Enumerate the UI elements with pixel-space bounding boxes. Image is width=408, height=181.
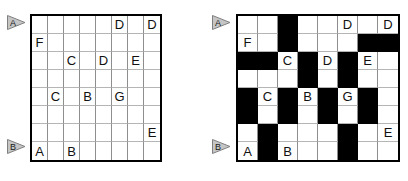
puzzle-cell-r5c7[interactable] (128, 88, 144, 106)
puzzle-cell-r4c7[interactable] (128, 70, 144, 88)
solution-cell-r3c5[interactable]: D (318, 52, 338, 70)
puzzle-cell-r4c2[interactable] (48, 70, 64, 88)
puzzle-cell-r2c2[interactable] (48, 34, 64, 52)
solution-cell-r6c8[interactable] (378, 106, 398, 124)
solution-cell-r4c4[interactable] (298, 70, 318, 88)
solution-cell-r6c2[interactable] (258, 106, 278, 124)
solution-cell-r7c8[interactable]: E (378, 124, 398, 142)
solution-cell-r1c5[interactable] (318, 16, 338, 34)
puzzle-cell-r5c6[interactable]: G (112, 88, 128, 106)
solution-cell-r2c6[interactable] (338, 34, 358, 52)
solution-cell-r8c3[interactable]: B (278, 142, 298, 160)
puzzle-cell-r3c1[interactable] (32, 52, 48, 70)
puzzle-cell-r6c7[interactable] (128, 106, 144, 124)
puzzle-cell-r3c6[interactable] (112, 52, 128, 70)
solution-cell-r7c6[interactable] (338, 124, 358, 142)
solution-cell-r6c7[interactable] (358, 106, 378, 124)
puzzle-cell-r8c1[interactable]: A (32, 142, 48, 160)
puzzle-cell-r3c4[interactable] (80, 52, 96, 70)
puzzle-cell-r1c5[interactable] (96, 16, 112, 34)
solution-cell-r6c1[interactable] (238, 106, 258, 124)
solution-cell-r8c7[interactable] (358, 142, 378, 160)
puzzle-cell-r8c6[interactable] (112, 142, 128, 160)
puzzle-cell-r7c6[interactable] (112, 124, 128, 142)
solution-cell-r3c7[interactable]: E (358, 52, 378, 70)
puzzle-cell-r8c4[interactable] (80, 142, 96, 160)
puzzle-cell-r2c5[interactable] (96, 34, 112, 52)
puzzle-cell-r7c8[interactable]: E (144, 124, 160, 142)
solution-cell-r7c3[interactable] (278, 124, 298, 142)
puzzle-cell-r1c6[interactable]: D (112, 16, 128, 34)
puzzle-cell-r5c8[interactable] (144, 88, 160, 106)
puzzle-diagram: A B A B DDFCDECBGEAB DDFCDECBGEAB (0, 0, 408, 181)
solution-cell-r4c1[interactable] (238, 70, 258, 88)
puzzle-cell-r6c1[interactable] (32, 106, 48, 124)
solution-cell-r3c4[interactable] (298, 52, 318, 70)
puzzle-cell-r3c7[interactable]: E (128, 52, 144, 70)
solution-cell-r5c3[interactable] (278, 88, 298, 106)
solution-cell-r2c1[interactable]: F (238, 34, 258, 52)
solution-cell-r7c2[interactable] (258, 124, 278, 142)
puzzle-cell-r6c2[interactable] (48, 106, 64, 124)
puzzle-cell-r2c3[interactable] (64, 34, 80, 52)
solution-cell-r8c2[interactable] (258, 142, 278, 160)
marker-b-puzzle: B (7, 139, 26, 154)
solution-cell-r7c4[interactable] (298, 124, 318, 142)
puzzle-cell-r3c3[interactable]: C (64, 52, 80, 70)
puzzle-cell-r7c7[interactable] (128, 124, 144, 142)
puzzle-cell-r4c6[interactable] (112, 70, 128, 88)
puzzle-cell-r6c6[interactable] (112, 106, 128, 124)
solution-cell-r6c5[interactable] (318, 106, 338, 124)
marker-b-label: B (215, 142, 221, 151)
solution-cell-r8c5[interactable] (318, 142, 338, 160)
puzzle-cell-r1c8[interactable]: D (144, 16, 160, 34)
puzzle-cell-r8c8[interactable] (144, 142, 160, 160)
puzzle-cell-r7c4[interactable] (80, 124, 96, 142)
puzzle-cell-r1c4[interactable] (80, 16, 96, 34)
solution-cell-r2c4[interactable] (298, 34, 318, 52)
puzzle-cell-r2c4[interactable] (80, 34, 96, 52)
solution-cell-r1c6[interactable]: D (338, 16, 358, 34)
solution-cell-r3c1[interactable] (238, 52, 258, 70)
puzzle-cell-r8c7[interactable] (128, 142, 144, 160)
solution-cell-r5c1[interactable] (238, 88, 258, 106)
solution-cell-r3c8[interactable] (378, 52, 398, 70)
puzzle-cell-r6c5[interactable] (96, 106, 112, 124)
puzzle-cell-r6c4[interactable] (80, 106, 96, 124)
puzzle-cell-r1c3[interactable] (64, 16, 80, 34)
puzzle-cell-r2c8[interactable] (144, 34, 160, 52)
marker-b-solution: B (212, 139, 231, 154)
solution-cell-r1c1[interactable] (238, 16, 258, 34)
solution-cell-r1c3[interactable] (278, 16, 298, 34)
puzzle-cell-r3c2[interactable] (48, 52, 64, 70)
puzzle-cell-r7c5[interactable] (96, 124, 112, 142)
solution-cell-r3c3[interactable]: C (278, 52, 298, 70)
solution-cell-r8c4[interactable] (298, 142, 318, 160)
puzzle-cell-r2c7[interactable] (128, 34, 144, 52)
puzzle-cell-r3c5[interactable]: D (96, 52, 112, 70)
solution-cell-r5c5[interactable] (318, 88, 338, 106)
puzzle-cell-r6c3[interactable] (64, 106, 80, 124)
puzzle-grid: DDFCDECBGEAB (30, 14, 162, 162)
solution-cell-r4c5[interactable] (318, 70, 338, 88)
puzzle-cell-r7c1[interactable] (32, 124, 48, 142)
puzzle-cell-r5c1[interactable] (32, 88, 48, 106)
puzzle-cell-r1c1[interactable] (32, 16, 48, 34)
solution-cell-r3c6[interactable] (338, 52, 358, 70)
solution-cell-r4c7[interactable] (358, 70, 378, 88)
puzzle-cell-r4c4[interactable] (80, 70, 96, 88)
puzzle-cell-r8c5[interactable] (96, 142, 112, 160)
puzzle-cell-r5c5[interactable] (96, 88, 112, 106)
solution-cell-r1c2[interactable] (258, 16, 278, 34)
solution-grid: DDFCDECBGEAB (236, 14, 400, 162)
puzzle-cell-r1c2[interactable] (48, 16, 64, 34)
solution-cell-r8c1[interactable]: A (238, 142, 258, 160)
puzzle-cell-r5c2[interactable]: C (48, 88, 64, 106)
solution-cell-r5c7[interactable] (358, 88, 378, 106)
puzzle-cell-r5c4[interactable]: B (80, 88, 96, 106)
solution-cell-r2c8[interactable] (378, 34, 398, 52)
puzzle-cell-r3c8[interactable] (144, 52, 160, 70)
solution-cell-r1c8[interactable]: D (378, 16, 398, 34)
solution-cell-r2c5[interactable] (318, 34, 338, 52)
solution-cell-r5c6[interactable]: G (338, 88, 358, 106)
solution-cell-r8c8[interactable] (378, 142, 398, 160)
solution-cell-r7c5[interactable] (318, 124, 338, 142)
puzzle-cell-r5c3[interactable] (64, 88, 80, 106)
puzzle-cell-r8c2[interactable] (48, 142, 64, 160)
puzzle-cell-r8c3[interactable]: B (64, 142, 80, 160)
solution-cell-r5c8[interactable] (378, 88, 398, 106)
puzzle-cell-r6c8[interactable] (144, 106, 160, 124)
solution-cell-r3c2[interactable] (258, 52, 278, 70)
puzzle-cell-r4c1[interactable] (32, 70, 48, 88)
solution-cell-r4c6[interactable] (338, 70, 358, 88)
solution-cell-r6c4[interactable] (298, 106, 318, 124)
solution-cell-r2c3[interactable] (278, 34, 298, 52)
puzzle-cell-r7c2[interactable] (48, 124, 64, 142)
solution-cell-r8c6[interactable] (338, 142, 358, 160)
puzzle-cell-r4c8[interactable] (144, 70, 160, 88)
marker-a-solution: A (212, 15, 231, 30)
solution-cell-r5c4[interactable]: B (298, 88, 318, 106)
puzzle-cell-r7c3[interactable] (64, 124, 80, 142)
puzzle-cell-r2c6[interactable] (112, 34, 128, 52)
puzzle-cell-r4c5[interactable] (96, 70, 112, 88)
marker-a-label: A (10, 18, 16, 27)
solution-cell-r4c2[interactable] (258, 70, 278, 88)
solution-cell-r2c2[interactable] (258, 34, 278, 52)
solution-cell-r5c2[interactable]: C (258, 88, 278, 106)
solution-cell-r2c7[interactable] (358, 34, 378, 52)
puzzle-cell-r2c1[interactable]: F (32, 34, 48, 52)
solution-cell-r7c7[interactable] (358, 124, 378, 142)
solution-cell-r6c6[interactable] (338, 106, 358, 124)
marker-a-puzzle: A (7, 15, 26, 30)
marker-b-label: B (10, 142, 16, 151)
solution-cell-r1c7[interactable] (358, 16, 378, 34)
solution-cell-r6c3[interactable] (278, 106, 298, 124)
marker-a-label: A (215, 18, 221, 27)
solution-cell-r4c8[interactable] (378, 70, 398, 88)
solution-cell-r1c4[interactable] (298, 16, 318, 34)
solution-cell-r7c1[interactable] (238, 124, 258, 142)
puzzle-cell-r1c7[interactable] (128, 16, 144, 34)
solution-cell-r4c3[interactable] (278, 70, 298, 88)
puzzle-cell-r4c3[interactable] (64, 70, 80, 88)
